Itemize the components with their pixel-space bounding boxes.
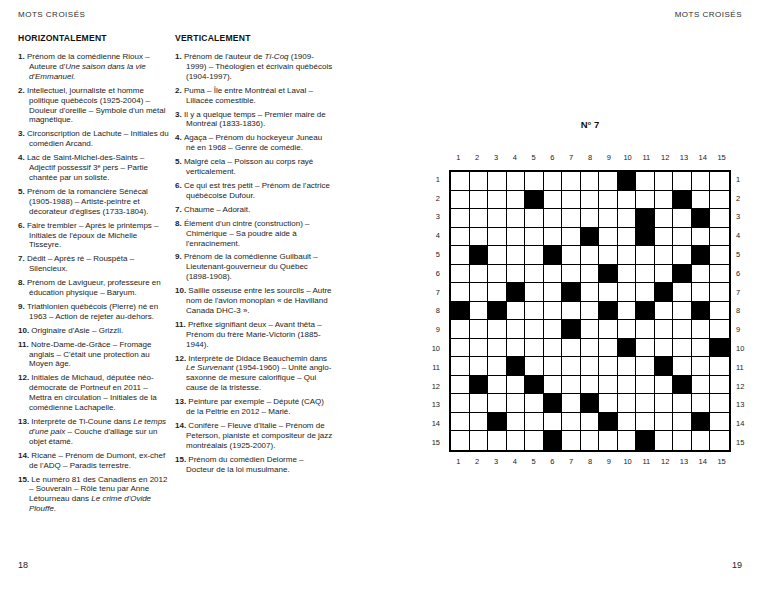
grid-column-labels-top: 123456789101112131415 [449,153,731,163]
white-cell [581,302,600,321]
grid-coordinate-label: 14 [735,414,751,433]
white-cell [655,302,674,321]
clue-text: Ricané – Prénom de Dumont, ex-chef de l'… [29,451,165,470]
clue-text: Intellectuel, journaliste et homme polit… [27,86,166,125]
white-cell [655,431,674,450]
black-cell [636,209,655,228]
white-cell [451,339,470,358]
black-cell [488,302,507,321]
clue-number: 6. [18,221,25,230]
white-cell [636,357,655,376]
white-cell [710,191,729,210]
white-cell [470,431,489,450]
clue: 4. Lac de Saint-Michel-des-Saints – Adje… [18,153,169,183]
black-cell [599,265,618,284]
white-cell [451,357,470,376]
white-cell [470,320,489,339]
clue-number: 6. [175,181,182,190]
clue-number: 10. [18,326,29,335]
grid-coordinate-label: 11 [637,153,656,163]
grid-coordinate-label: 6 [543,153,562,163]
white-cell [562,191,581,210]
white-cell [488,357,507,376]
white-cell [544,209,563,228]
page-number-left: 18 [18,560,28,570]
clue-number: 1. [175,52,182,61]
grid-coordinate-label: 5 [524,153,543,163]
clue-text: Notre-Dame-de-Grâce – Fromage anglais – … [29,340,151,369]
white-cell [544,228,563,247]
grid-coordinate-label: 10 [427,339,443,358]
white-cell [525,320,544,339]
white-cell [655,394,674,413]
white-cell [544,265,563,284]
white-cell [636,339,655,358]
clue: 13. Peinture par exemple – Député (CAQ) … [175,397,333,417]
black-cell [673,376,692,395]
white-cell [618,302,637,321]
grid-coordinate-label: 1 [449,457,468,467]
white-cell [488,283,507,302]
clue-number: 5. [18,187,25,196]
clue: 6. Faire trembler – Après le printemps –… [18,221,169,251]
black-cell [636,431,655,450]
grid-coordinate-label: 15 [712,153,731,163]
white-cell [692,431,711,450]
clue: 8. Élément d'un cintre (construction) – … [175,219,333,249]
white-cell [673,339,692,358]
clue-number: 11. [175,320,186,329]
puzzle-number-label: N° 7 [449,119,731,130]
white-cell [692,265,711,284]
white-cell [562,209,581,228]
white-cell [562,413,581,432]
white-cell [470,209,489,228]
clue-text: Préfixe signifiant deux – Avant thêta – … [186,320,322,349]
white-cell [507,413,526,432]
clue-number: 4. [18,153,25,162]
white-cell [581,283,600,302]
white-cell [581,357,600,376]
white-cell [581,413,600,432]
white-cell [636,394,655,413]
white-cell [636,265,655,284]
white-cell [488,172,507,191]
clue-number: 15. [175,455,186,464]
black-cell [599,302,618,321]
grid-coordinate-label: 7 [735,283,751,302]
white-cell [692,394,711,413]
black-cell [692,209,711,228]
across-title: HORIZONTALEMENT [18,33,169,43]
white-cell [488,320,507,339]
black-cell [710,339,729,358]
clue: 2. Intellectuel, journaliste et homme po… [18,86,169,126]
clue-number: 13. [18,417,29,426]
black-cell [655,283,674,302]
grid-coordinate-label: 13 [735,396,751,415]
clue-text: Initiales de Michaud, députée néo-démocr… [29,373,157,412]
white-cell [618,209,637,228]
grid-coordinate-label: 5 [524,457,543,467]
white-cell [710,302,729,321]
grid-coordinate-label: 14 [427,414,443,433]
grid-coordinate-label: 1 [427,170,443,189]
grid-coordinate-label: 10 [618,153,637,163]
white-cell [451,376,470,395]
white-cell [673,431,692,450]
grid-coordinate-label: 4 [505,153,524,163]
grid-coordinate-label: 5 [427,245,443,264]
clue-number: 11. [18,340,29,349]
white-cell [581,376,600,395]
white-cell [673,172,692,191]
white-cell [655,191,674,210]
white-cell [710,228,729,247]
white-cell [710,394,729,413]
white-cell [636,413,655,432]
clue-number: 12. [18,373,29,382]
white-cell [544,339,563,358]
running-head-left: MOTS CROISÉS [18,10,85,19]
grid-coordinate-label: 8 [735,302,751,321]
white-cell [525,339,544,358]
grid-coordinate-label: 5 [735,245,751,264]
white-cell [655,320,674,339]
grid-coordinate-label: 9 [735,320,751,339]
clue: 11. Notre-Dame-de-Grâce – Fromage anglai… [18,340,169,370]
white-cell [562,228,581,247]
black-cell [544,394,563,413]
clue-text: Peinture par exemple – Député (CAQ) de l… [186,397,324,416]
clue-number: 12. [175,354,186,363]
white-cell [525,413,544,432]
white-cell [710,283,729,302]
grid-coordinate-label: 4 [505,457,524,467]
white-cell [618,320,637,339]
grid-coordinate-label: 4 [735,226,751,245]
clue-text: Agaça – Prénom du hockeyeur Juneau né en… [184,133,322,152]
white-cell [692,191,711,210]
white-cell [451,209,470,228]
grid-coordinate-label: 10 [618,457,637,467]
white-cell [470,283,489,302]
white-cell [636,172,655,191]
grid-coordinate-label: 14 [693,457,712,467]
black-cell [636,228,655,247]
white-cell [655,413,674,432]
white-cell [673,283,692,302]
grid-coordinate-label: 14 [693,153,712,163]
black-cell [507,283,526,302]
black-cell [673,191,692,210]
white-cell [507,394,526,413]
clue-text: Chaume – Adorait. [184,205,250,214]
white-cell [451,320,470,339]
white-cell [655,228,674,247]
white-cell [507,172,526,191]
white-cell [618,265,637,284]
grid-coordinate-label: 11 [735,358,751,377]
white-cell [618,431,637,450]
across-clues-column: HORIZONTALEMENT 1. Prénom de la comédien… [18,33,169,518]
clue-text: Il y a quelque temps – Premier maire de … [184,110,326,129]
white-cell [470,265,489,284]
white-cell [618,283,637,302]
down-clues-column: VERTICALEMENT 1. Prénom de l'auteur de T… [175,33,333,479]
white-cell [470,228,489,247]
white-cell [507,376,526,395]
white-cell [507,302,526,321]
white-cell [636,320,655,339]
white-cell [655,209,674,228]
clue-text: Interprète de Ti-Coune dans [31,417,133,426]
clue-number: 4. [175,133,182,142]
grid-coordinate-label: 13 [675,153,694,163]
clue: 9. Triathlonien québécois (Pierre) né en… [18,302,169,322]
white-cell [507,320,526,339]
grid-coordinate-label: 8 [427,302,443,321]
black-cell [562,283,581,302]
black-cell [655,357,674,376]
clue-number: 15. [18,475,29,484]
white-cell [470,339,489,358]
white-cell [710,376,729,395]
clue-number: 13. [175,397,186,406]
white-cell [525,246,544,265]
black-cell [618,172,637,191]
white-cell [599,320,618,339]
black-cell [470,246,489,265]
grid-coordinate-label: 6 [735,264,751,283]
white-cell [636,191,655,210]
clue-number: 10. [175,286,186,295]
grid-coordinate-label: 3 [735,208,751,227]
white-cell [562,394,581,413]
white-cell [562,246,581,265]
clue: 13. Interprète de Ti-Coune dans Le temps… [18,417,169,447]
white-cell [581,172,600,191]
white-cell [544,320,563,339]
clue: 15. Le numéro 81 des Canadiens en 2012 –… [18,475,169,515]
clue-text: Circonscription de Lachute – Initiales d… [27,129,169,148]
white-cell [581,209,600,228]
white-cell [673,302,692,321]
white-cell [673,246,692,265]
white-cell [599,431,618,450]
white-cell [710,265,729,284]
white-cell [673,413,692,432]
white-cell [599,191,618,210]
white-cell [470,302,489,321]
clue: 1. Prénom de l'auteur de Ti-Coq (1909-19… [175,52,333,82]
grid-coordinate-label: 7 [562,457,581,467]
grid-coordinate-label: 2 [468,153,487,163]
black-cell [692,413,711,432]
white-cell [525,357,544,376]
grid-coordinate-label: 1 [449,153,468,163]
white-cell [544,191,563,210]
white-cell [451,246,470,265]
white-cell [710,431,729,450]
white-cell [488,228,507,247]
clue-number: 9. [175,252,182,261]
white-cell [562,357,581,376]
white-cell [692,283,711,302]
clue-text: Faire trembler – Après le printemps – In… [27,221,159,250]
white-cell [562,265,581,284]
white-cell [562,431,581,450]
white-cell [692,357,711,376]
grid-coordinate-label: 12 [656,153,675,163]
clue-text: Puma – Île entre Montréal et Laval – Lil… [184,86,313,105]
white-cell [581,265,600,284]
white-cell [599,376,618,395]
white-cell [451,431,470,450]
grid-coordinate-label: 11 [427,358,443,377]
clue-number: 7. [175,205,182,214]
clue: 1. Prénom de la comédienne Rioux – Auteu… [18,52,169,82]
white-cell [525,172,544,191]
white-cell [710,320,729,339]
black-cell [507,357,526,376]
white-cell [525,394,544,413]
white-cell [544,283,563,302]
white-cell [618,228,637,247]
white-cell [544,376,563,395]
grid-coordinate-label: 6 [543,457,562,467]
grid-coordinate-label: 8 [581,153,600,163]
clue-number: 3. [18,129,25,138]
grid-coordinate-label: 15 [427,433,443,452]
black-cell [544,431,563,450]
white-cell [507,265,526,284]
white-cell [488,394,507,413]
clue: 9. Prénom de la comédienne Guilbault – L… [175,252,333,282]
white-cell [599,394,618,413]
clue-text: Prénom de la comédienne Guilbault – Lieu… [184,252,318,281]
white-cell [692,339,711,358]
white-cell [451,265,470,284]
white-cell [488,265,507,284]
white-cell [599,172,618,191]
clue: 5. Malgré cela – Poisson au corps rayé v… [175,157,333,177]
grid-coordinate-label: 10 [735,339,751,358]
clue-text: Le Survenant [186,363,234,372]
white-cell [618,357,637,376]
black-cell [581,228,600,247]
white-cell [581,246,600,265]
white-cell [636,283,655,302]
clue-text: Triathlonien québécois (Pierre) né en 19… [27,302,158,321]
white-cell [507,339,526,358]
white-cell [451,413,470,432]
crossword-grid [449,170,731,452]
clue-text: Ce qui est très petit – Prénom de l'actr… [184,181,330,200]
white-cell [673,228,692,247]
clue: 10. Originaire d'Asie – Grizzli. [18,326,169,336]
white-cell [599,209,618,228]
clue-text: Dédit – Après ré – Rouspéta – Silencieux… [27,254,134,273]
black-cell [470,376,489,395]
clue-number: 8. [18,278,25,287]
white-cell [470,394,489,413]
grid-coordinate-label: 15 [735,433,751,452]
magazine-spread: MOTS CROISÉS MOTS CROISÉS HORIZONTALEMEN… [0,0,760,598]
grid-coordinate-label: 4 [427,226,443,245]
white-cell [599,246,618,265]
white-cell [507,191,526,210]
grid-coordinate-label: 6 [427,264,443,283]
grid-coordinate-label: 7 [427,283,443,302]
white-cell [581,320,600,339]
grid-coordinate-label: 2 [735,189,751,208]
grid-coordinate-label: 2 [468,457,487,467]
white-cell [544,357,563,376]
grid-coordinate-label: 13 [427,396,443,415]
white-cell [507,246,526,265]
white-cell [618,246,637,265]
clue-text: Interprète de Didace Beauchemin dans [188,354,327,363]
grid-coordinate-label: 7 [562,153,581,163]
black-cell [488,413,507,432]
white-cell [710,172,729,191]
grid-coordinate-label: 12 [427,377,443,396]
white-cell [655,376,674,395]
clue-text: Saillie osseuse entre les sourcils – Aut… [186,286,332,315]
white-cell [507,228,526,247]
page-number-right: 19 [732,560,742,570]
clue: 12. Initiales de Michaud, députée néo-dé… [18,373,169,413]
white-cell [599,228,618,247]
white-cell [655,339,674,358]
clue-number: 2. [18,86,25,95]
clue: 3. Circonscription de Lachute – Initiale… [18,129,169,149]
white-cell [488,376,507,395]
grid-coordinate-label: 15 [712,457,731,467]
white-cell [581,431,600,450]
white-cell [470,413,489,432]
white-cell [525,283,544,302]
white-cell [618,394,637,413]
clue-text: Conifère – Fleuve d'Italie – Prénom de P… [186,421,332,450]
white-cell [451,172,470,191]
clue-text: Prénom de la romancière Sénécal (1905-19… [27,187,148,216]
white-cell [525,228,544,247]
white-cell [599,357,618,376]
white-cell [636,376,655,395]
clue: 14. Conifère – Fleuve d'Italie – Prénom … [175,421,333,451]
clue: 3. Il y a quelque temps – Premier maire … [175,110,333,130]
clue-text: Élément d'un cintre (construction) – Chi… [184,219,310,248]
grid-row-labels-left: 123456789101112131415 [427,170,443,452]
black-cell [451,302,470,321]
grid-coordinate-label: 2 [427,189,443,208]
black-cell [544,246,563,265]
white-cell [562,302,581,321]
white-cell [488,339,507,358]
clue: 4. Agaça – Prénom du hockeyeur Juneau né… [175,133,333,153]
black-cell [673,265,692,284]
grid-coordinate-label: 8 [581,457,600,467]
grid-coordinate-label: 12 [735,377,751,396]
black-cell [525,191,544,210]
white-cell [451,191,470,210]
white-cell [673,209,692,228]
grid-column-labels-bottom: 123456789101112131415 [449,457,731,467]
black-cell [599,413,618,432]
white-cell [488,431,507,450]
